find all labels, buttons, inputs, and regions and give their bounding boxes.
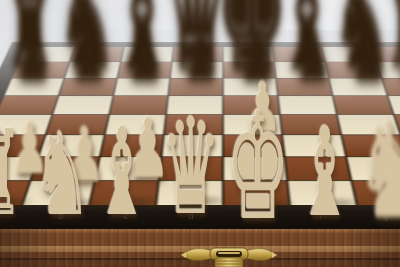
- piece-white-B-f1: ♝: [297, 111, 352, 234]
- piece-white-R-a1: ♜: [0, 114, 24, 232]
- piece-black-P-a7: ♟: [15, 24, 52, 92]
- piece-white-N-g1: ♞: [356, 104, 400, 238]
- piece-black-P-b7: ♟: [71, 24, 108, 92]
- piece-white-N-b1: ♞: [32, 117, 92, 232]
- piece-white-B-c1: ♝: [95, 112, 149, 233]
- piece-white-K-e1: ♚: [226, 93, 290, 241]
- piece-white-Q-d1: ♛: [161, 101, 221, 234]
- piece-black-P-c7: ♟: [127, 24, 164, 92]
- piece-black-P-g7: ♟: [351, 24, 388, 92]
- piece-black-P-f7: ♟: [295, 24, 332, 92]
- brass-clasp-icon: [181, 245, 277, 267]
- piece-black-P-d7: ♟: [183, 24, 220, 92]
